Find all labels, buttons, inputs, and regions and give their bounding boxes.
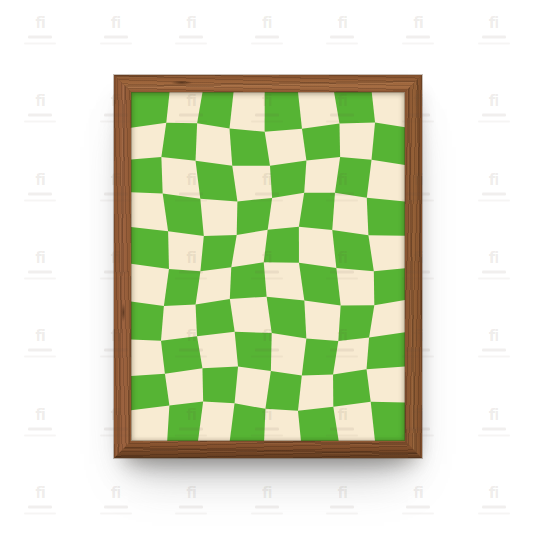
cell-r4-c3-cream: [200, 197, 234, 232]
watermark-subline: [24, 199, 56, 201]
watermark-glyph: fi: [478, 250, 510, 265]
cell-r10-c2-green: [165, 406, 199, 441]
watermark-glyph: fi: [478, 485, 510, 500]
cell-r10-c8-green: [371, 406, 405, 441]
watermark-glyph: fi: [251, 16, 283, 31]
watermark-subline: [478, 512, 510, 514]
watermark-logo: fi: [175, 485, 207, 514]
watermark-underline: [330, 505, 354, 508]
cell-r7-c8-cream: [371, 301, 405, 336]
cell-r8-c8-green: [371, 336, 405, 371]
cell-r3-c1-green: [131, 162, 165, 197]
watermark-underline: [28, 192, 52, 195]
cell-r1-c7-green: [337, 92, 371, 127]
watermark-subline: [478, 121, 510, 123]
watermark-underline: [406, 36, 430, 39]
cell-r9-c8-cream: [371, 371, 405, 406]
watermark-subline: [175, 43, 207, 45]
watermark-subline: [100, 512, 132, 514]
watermark-logo: fi: [24, 16, 56, 45]
cell-r6-c6-green: [302, 267, 336, 302]
watermark-glyph: fi: [478, 329, 510, 344]
watermark-glyph: fi: [24, 250, 56, 265]
cell-r5-c4-cream: [234, 232, 268, 267]
watermark-logo: fi: [100, 485, 132, 514]
watermark-logo: fi: [24, 329, 56, 358]
cell-r9-c1-green: [131, 371, 165, 406]
watermark-underline: [482, 349, 506, 352]
watermark-subline: [326, 43, 358, 45]
cell-r8-c6-green: [302, 336, 336, 371]
watermark-logo: fi: [24, 172, 56, 201]
watermark-underline: [28, 349, 52, 352]
watermark-logo: fi: [175, 16, 207, 45]
watermark-underline: [482, 427, 506, 430]
cell-r7-c5-green: [268, 301, 302, 336]
cell-r7-c4-cream: [234, 301, 268, 336]
watermark-glyph: fi: [478, 407, 510, 422]
watermark-underline: [179, 505, 203, 508]
cell-r1-c2-cream: [165, 92, 199, 127]
watermark-glyph: fi: [24, 485, 56, 500]
cell-r5-c3-green: [200, 232, 234, 267]
watermark-glyph: fi: [100, 16, 132, 31]
watermark-glyph: fi: [402, 485, 434, 500]
watermark-logo: fi: [251, 16, 283, 45]
cell-r3-c3-green: [200, 162, 234, 197]
cell-r9-c5-green: [268, 371, 302, 406]
watermark-glyph: fi: [24, 94, 56, 109]
cell-r2-c7-cream: [337, 127, 371, 162]
watermark-underline: [482, 114, 506, 117]
cell-r3-c2-cream: [165, 162, 199, 197]
cell-r6-c5-cream: [268, 267, 302, 302]
watermark-subline: [24, 512, 56, 514]
cell-r10-c1-cream: [131, 406, 165, 441]
watermark-logo: fi: [24, 485, 56, 514]
cell-r2-c3-cream: [200, 127, 234, 162]
cell-r1-c4-cream: [234, 92, 268, 127]
watermark-glyph: fi: [478, 94, 510, 109]
watermark-subline: [24, 277, 56, 279]
watermark-glyph: fi: [24, 329, 56, 344]
cell-r10-c5-cream: [268, 406, 302, 441]
cell-r10-c7-cream: [337, 406, 371, 441]
cell-r7-c1-green: [131, 301, 165, 336]
watermark-logo: fi: [24, 250, 56, 279]
cell-r7-c2-cream: [165, 301, 199, 336]
cell-r5-c6-cream: [302, 232, 336, 267]
cell-r8-c2-green: [165, 336, 199, 371]
watermark-glyph: fi: [24, 407, 56, 422]
cell-r1-c6-cream: [302, 92, 336, 127]
cell-r7-c6-cream: [302, 301, 336, 336]
watermark-glyph: fi: [478, 172, 510, 187]
cell-r2-c8-green: [371, 127, 405, 162]
watermark-glyph: fi: [402, 16, 434, 31]
cell-r1-c3-green: [200, 92, 234, 127]
cell-r7-c7-green: [337, 301, 371, 336]
cell-r3-c8-cream: [371, 162, 405, 197]
watermark-subline: [478, 277, 510, 279]
cell-r10-c4-green: [234, 406, 268, 441]
watermark-glyph: fi: [478, 16, 510, 31]
cell-r8-c1-cream: [131, 336, 165, 371]
watermark-underline: [406, 505, 430, 508]
watermark-subline: [251, 512, 283, 514]
cell-r6-c3-cream: [200, 267, 234, 302]
watermark-underline: [482, 36, 506, 39]
watermark-underline: [28, 427, 52, 430]
art-print: [131, 92, 405, 441]
cell-r9-c6-cream: [302, 371, 336, 406]
cell-r10-c3-cream: [200, 406, 234, 441]
watermark-underline: [28, 505, 52, 508]
watermark-subline: [326, 512, 358, 514]
cell-r6-c1-cream: [131, 267, 165, 302]
cell-r9-c3-green: [200, 371, 234, 406]
watermark-logo: fi: [478, 485, 510, 514]
watermark-logo: fi: [326, 16, 358, 45]
watermark-logo: fi: [326, 485, 358, 514]
cell-r2-c1-cream: [131, 127, 165, 162]
watermark-subline: [24, 121, 56, 123]
frame-bar-right: [405, 75, 422, 458]
cell-r10-c6-green: [302, 406, 336, 441]
watermark-underline: [255, 36, 279, 39]
watermark-subline: [478, 199, 510, 201]
watermark-logo: fi: [251, 485, 283, 514]
cell-r9-c2-cream: [165, 371, 199, 406]
cell-r2-c5-cream: [268, 127, 302, 162]
watermark-subline: [402, 43, 434, 45]
watermark-underline: [482, 270, 506, 273]
watermark-underline: [255, 505, 279, 508]
cell-r5-c1-green: [131, 232, 165, 267]
watermark-underline: [330, 36, 354, 39]
watermark-underline: [28, 36, 52, 39]
watermark-logo: fi: [478, 329, 510, 358]
cell-r3-c7-green: [337, 162, 371, 197]
cell-r4-c5-cream: [268, 197, 302, 232]
watermark-subline: [24, 356, 56, 358]
watermark-subline: [24, 434, 56, 436]
watermark-logo: fi: [24, 94, 56, 123]
watermark-underline: [482, 192, 506, 195]
cell-r6-c2-green: [165, 267, 199, 302]
frame-bar-top: [114, 75, 422, 92]
cell-r3-c5-green: [268, 162, 302, 197]
cell-r8-c4-green: [234, 336, 268, 371]
cell-r1-c1-green: [131, 92, 165, 127]
frame-bar-left: [114, 75, 131, 458]
cell-r2-c2-green: [165, 127, 199, 162]
watermark-glyph: fi: [24, 16, 56, 31]
watermark-logo: fi: [24, 407, 56, 436]
watermark-logo: fi: [478, 172, 510, 201]
watermark-underline: [179, 36, 203, 39]
watermark-glyph: fi: [24, 172, 56, 187]
cell-r2-c4-green: [234, 127, 268, 162]
cell-r2-c6-green: [302, 127, 336, 162]
watermark-logo: fi: [402, 16, 434, 45]
cell-r6-c7-cream: [337, 267, 371, 302]
watermark-subline: [251, 43, 283, 45]
cell-r4-c2-green: [165, 197, 199, 232]
watermark-logo: fi: [478, 94, 510, 123]
cell-r9-c4-cream: [234, 371, 268, 406]
watermark-subline: [175, 512, 207, 514]
cell-r4-c8-green: [371, 197, 405, 232]
cell-r4-c6-green: [302, 197, 336, 232]
cell-r5-c8-cream: [371, 232, 405, 267]
cell-r5-c7-green: [337, 232, 371, 267]
cell-r9-c7-green: [337, 371, 371, 406]
cell-r5-c2-cream: [165, 232, 199, 267]
cell-r7-c3-green: [200, 301, 234, 336]
watermark-logo: fi: [478, 407, 510, 436]
photo-canvas: fifififififififififififififififififififi…: [0, 0, 533, 533]
watermark-logo: fi: [478, 250, 510, 279]
cell-r4-c4-green: [234, 197, 268, 232]
watermark-subline: [478, 43, 510, 45]
cell-r8-c5-cream: [268, 336, 302, 371]
watermark-subline: [402, 512, 434, 514]
watermark-underline: [482, 505, 506, 508]
watermark-glyph: fi: [251, 485, 283, 500]
watermark-subline: [100, 43, 132, 45]
watermark-glyph: fi: [326, 485, 358, 500]
watermark-logo: fi: [478, 16, 510, 45]
watermark-glyph: fi: [175, 16, 207, 31]
cell-r8-c3-cream: [200, 336, 234, 371]
watermark-underline: [28, 114, 52, 117]
cell-r4-c7-cream: [337, 197, 371, 232]
cell-r1-c5-green: [268, 92, 302, 127]
cell-r6-c8-green: [371, 267, 405, 302]
cell-r8-c7-cream: [337, 336, 371, 371]
checkerboard-grid: [131, 92, 405, 441]
cell-r4-c1-cream: [131, 197, 165, 232]
watermark-logo: fi: [402, 485, 434, 514]
cell-r6-c4-green: [234, 267, 268, 302]
cell-r5-c5-green: [268, 232, 302, 267]
watermark-subline: [24, 43, 56, 45]
watermark-glyph: fi: [175, 485, 207, 500]
watermark-glyph: fi: [326, 16, 358, 31]
cell-r3-c4-cream: [234, 162, 268, 197]
watermark-subline: [478, 356, 510, 358]
picture-frame: [114, 75, 422, 458]
watermark-glyph: fi: [100, 485, 132, 500]
watermark-logo: fi: [100, 16, 132, 45]
watermark-underline: [104, 505, 128, 508]
frame-bar-bottom: [114, 441, 422, 458]
watermark-underline: [104, 36, 128, 39]
cell-r3-c6-cream: [302, 162, 336, 197]
watermark-subline: [478, 434, 510, 436]
cell-r1-c8-cream: [371, 92, 405, 127]
watermark-underline: [28, 270, 52, 273]
